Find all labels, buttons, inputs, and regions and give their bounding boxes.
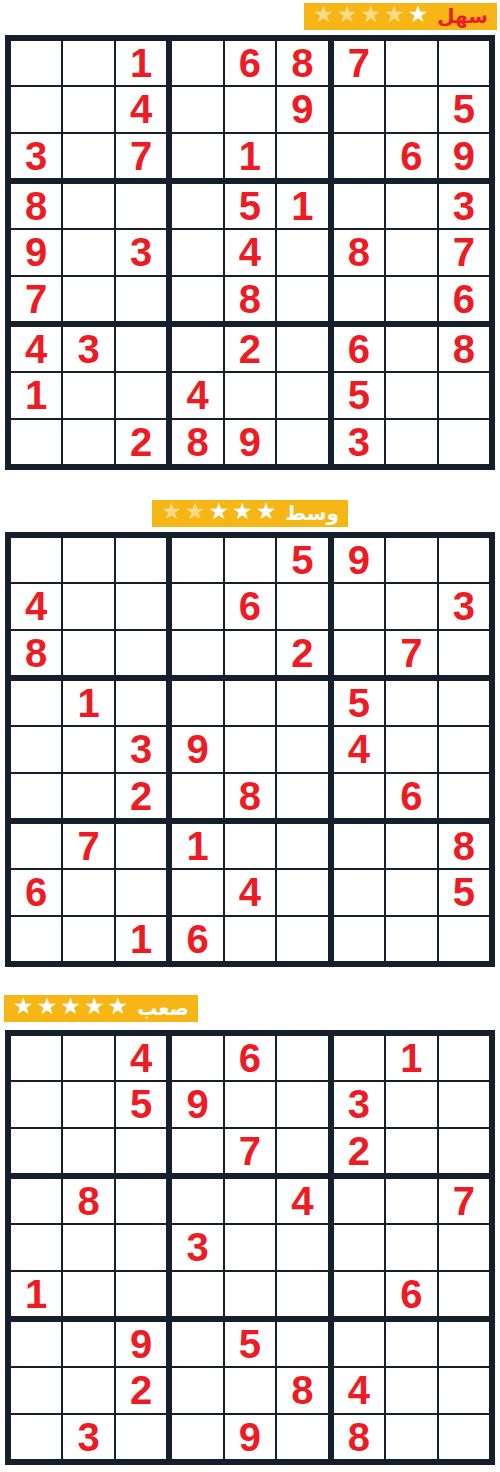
sudoku-box: 48 (8, 535, 169, 678)
cell-r1c4[interactable] (171, 40, 223, 86)
sudoku-box: 98 (169, 678, 330, 821)
cell-r8c2[interactable] (62, 372, 114, 418)
cell-r1c2[interactable] (62, 1035, 114, 1081)
cell-r9c6[interactable] (276, 419, 328, 465)
cell-r3c2[interactable] (62, 1128, 114, 1174)
cell-r9c3[interactable] (115, 1414, 167, 1460)
cell-r4c4[interactable] (171, 1178, 223, 1224)
cell-r3c8[interactable] (385, 1128, 437, 1174)
cell-r4c7[interactable] (333, 183, 385, 229)
cell-r8c3[interactable] (115, 869, 167, 915)
cell-r4c1[interactable]: 8 (10, 183, 62, 229)
cell-r6c3[interactable]: 2 (115, 773, 167, 819)
cell-r9c9[interactable] (438, 916, 490, 962)
cell-r4c1[interactable] (10, 1178, 62, 1224)
cell-r9c4[interactable]: 6 (171, 916, 223, 962)
cell-r4c8[interactable] (385, 183, 437, 229)
cell-r5c2[interactable] (62, 726, 114, 772)
cell-r6c7[interactable] (333, 276, 385, 322)
sudoku-box: 5148 (169, 181, 330, 324)
cell-r7c6[interactable] (276, 1321, 328, 1367)
cell-r8c9[interactable] (438, 372, 490, 418)
cell-r8c2[interactable] (62, 1367, 114, 1413)
cell-r3c5[interactable]: 1 (224, 133, 276, 179)
cell-r6c8[interactable]: 6 (385, 773, 437, 819)
cell-r5c4[interactable] (171, 229, 223, 275)
sudoku-box: 7569 (331, 38, 492, 181)
cell-r5c2[interactable] (62, 229, 114, 275)
cell-r6c1[interactable]: 1 (10, 1271, 62, 1317)
sudoku-box: 81 (8, 1176, 169, 1319)
cell-r2c4[interactable] (171, 583, 223, 629)
cell-r6c2[interactable] (62, 773, 114, 819)
sudoku-box: 2489 (169, 324, 330, 467)
cell-r4c8[interactable] (385, 680, 437, 726)
cell-r5c9[interactable]: 7 (438, 229, 490, 275)
cell-r1c3[interactable]: 4 (115, 1035, 167, 1081)
cell-r7c3[interactable] (115, 823, 167, 869)
cell-r1c5[interactable] (224, 537, 276, 583)
cell-r5c6[interactable] (276, 1224, 328, 1270)
cell-r3c4[interactable] (171, 1128, 223, 1174)
cell-r3c4[interactable] (171, 133, 223, 179)
cell-r7c4[interactable] (171, 1321, 223, 1367)
cell-r7c7[interactable] (333, 823, 385, 869)
sudoku-box: 43 (169, 1176, 330, 1319)
cell-r2c9[interactable]: 5 (438, 86, 490, 132)
cell-r2c2[interactable] (62, 1081, 114, 1127)
cell-r2c7[interactable]: 3 (333, 1081, 385, 1127)
cell-r7c7[interactable] (333, 1321, 385, 1367)
cell-r1c4[interactable] (171, 537, 223, 583)
cell-r3c5[interactable] (224, 630, 276, 676)
cell-r1c4[interactable] (171, 1035, 223, 1081)
cell-r9c5[interactable]: 9 (224, 1414, 276, 1460)
cell-r4c7[interactable] (333, 1178, 385, 1224)
cell-r2c9[interactable]: 3 (438, 583, 490, 629)
cell-r7c9[interactable] (438, 1321, 490, 1367)
difficulty-label-hard: صعب (137, 998, 189, 1018)
difficulty-badge-hard: ★★★★★ صعب (4, 995, 198, 1022)
cell-r4c9[interactable]: 3 (438, 183, 490, 229)
star-icon: ★ (161, 500, 182, 523)
star-icon: ★ (108, 995, 129, 1018)
cell-r9c4[interactable]: 8 (171, 419, 223, 465)
star-icon: ★ (84, 995, 105, 1018)
cell-r8c4[interactable] (171, 1367, 223, 1413)
cell-r3c1[interactable]: 3 (10, 133, 62, 179)
difficulty-badge-medium: ★★★★★ وسط (152, 500, 348, 527)
cell-r8c9[interactable]: 5 (438, 869, 490, 915)
cell-r5c2[interactable] (62, 1224, 114, 1270)
cell-r2c7[interactable] (333, 583, 385, 629)
cell-r9c3[interactable]: 2 (115, 419, 167, 465)
cell-r3c9[interactable] (438, 1128, 490, 1174)
cell-r1c9[interactable] (438, 537, 490, 583)
cell-r4c8[interactable] (385, 1178, 437, 1224)
sudoku-box: 923 (8, 1319, 169, 1462)
cell-r1c1[interactable] (10, 537, 62, 583)
cell-r8c3[interactable] (115, 372, 167, 418)
cell-r9c6[interactable] (276, 1414, 328, 1460)
cell-r1c5[interactable]: 6 (224, 1035, 276, 1081)
sudoku-box: 76 (331, 1176, 492, 1319)
cell-r6c1[interactable]: 7 (10, 276, 62, 322)
cell-r5c6[interactable] (276, 229, 328, 275)
star-icon: ★ (360, 3, 381, 26)
cell-r6c6[interactable] (276, 1271, 328, 1317)
cell-r9c7[interactable]: 8 (333, 1414, 385, 1460)
cell-r5c9[interactable] (438, 726, 490, 772)
cell-r9c7[interactable]: 3 (333, 419, 385, 465)
star-icon: ★ (13, 995, 34, 1018)
cell-r5c6[interactable] (276, 726, 328, 772)
cell-r4c9[interactable]: 7 (438, 1178, 490, 1224)
cell-r1c9[interactable] (438, 1035, 490, 1081)
cell-r9c1[interactable] (10, 1414, 62, 1460)
cell-r5c1[interactable] (10, 1224, 62, 1270)
cell-r6c6[interactable] (276, 773, 328, 819)
cell-r9c2[interactable] (62, 419, 114, 465)
cell-r8c4[interactable]: 4 (171, 372, 223, 418)
cell-r6c2[interactable] (62, 1271, 114, 1317)
sudoku-box: 132 (8, 678, 169, 821)
cell-r9c1[interactable] (10, 916, 62, 962)
cell-r2c5[interactable]: 6 (224, 583, 276, 629)
cell-r2c2[interactable] (62, 583, 114, 629)
cell-r5c4[interactable]: 3 (171, 1224, 223, 1270)
cell-r5c1[interactable]: 9 (10, 229, 62, 275)
cell-r3c3[interactable] (115, 1128, 167, 1174)
cell-r1c2[interactable] (62, 537, 114, 583)
star-icon: ★ (313, 3, 334, 26)
cell-r8c1[interactable] (10, 1367, 62, 1413)
sudoku-box: 6891 (169, 38, 330, 181)
cell-r4c6[interactable] (276, 680, 328, 726)
cell-r6c8[interactable] (385, 276, 437, 322)
cell-r9c5[interactable]: 9 (224, 419, 276, 465)
cell-r2c5[interactable] (224, 86, 276, 132)
cell-r1c8[interactable] (385, 40, 437, 86)
cell-r2c6[interactable] (276, 583, 328, 629)
cell-r6c5[interactable] (224, 1271, 276, 1317)
cell-r7c8[interactable] (385, 326, 437, 372)
sudoku-box: 8937 (8, 181, 169, 324)
sudoku-box: 6853 (331, 324, 492, 467)
cell-r6c9[interactable] (438, 773, 490, 819)
cell-r7c4[interactable] (171, 326, 223, 372)
cell-r8c6[interactable] (276, 869, 328, 915)
cell-r2c5[interactable] (224, 1081, 276, 1127)
sudoku-board-hard: 4569713281437692358948 (5, 1030, 495, 1465)
cell-r6c3[interactable] (115, 1271, 167, 1317)
cell-r3c3[interactable]: 7 (115, 133, 167, 179)
cell-r6c5[interactable]: 8 (224, 773, 276, 819)
cell-r4c5[interactable] (224, 680, 276, 726)
cell-r5c1[interactable] (10, 726, 62, 772)
cell-r1c2[interactable] (62, 40, 114, 86)
cell-r6c4[interactable] (171, 1271, 223, 1317)
cell-r3c7[interactable] (333, 630, 385, 676)
star-icon: ★ (232, 500, 253, 523)
hard-header-row: ★★★★★ صعب (0, 995, 500, 1022)
cell-r7c9[interactable]: 8 (438, 823, 490, 869)
cell-r9c1[interactable] (10, 419, 62, 465)
sudoku-box: 4312 (8, 324, 169, 467)
cell-r7c9[interactable]: 8 (438, 326, 490, 372)
cell-r2c6[interactable]: 9 (276, 86, 328, 132)
cell-r3c9[interactable] (438, 630, 490, 676)
cell-r5c7[interactable]: 8 (333, 229, 385, 275)
puzzle-hard: ★★★★★ صعب 4569713281437692358948 (0, 995, 500, 1465)
cell-r9c9[interactable] (438, 1414, 490, 1460)
cell-r3c3[interactable] (115, 630, 167, 676)
cell-r4c2[interactable] (62, 183, 114, 229)
cell-r2c8[interactable] (385, 583, 437, 629)
star-icon: ★ (384, 3, 405, 26)
cell-r4c6[interactable]: 1 (276, 183, 328, 229)
cell-r3c5[interactable]: 7 (224, 1128, 276, 1174)
cell-r3c8[interactable]: 7 (385, 630, 437, 676)
cell-r1c9[interactable] (438, 40, 490, 86)
cell-r2c3[interactable]: 5 (115, 1081, 167, 1127)
medium-header-row: ★★★★★ وسط (0, 500, 500, 527)
cell-r6c7[interactable] (333, 773, 385, 819)
cell-r6c4[interactable] (171, 773, 223, 819)
cell-r1c1[interactable] (10, 40, 62, 86)
sudoku-box: 589 (169, 1319, 330, 1462)
cell-r6c5[interactable]: 8 (224, 276, 276, 322)
cell-r8c8[interactable] (385, 372, 437, 418)
cell-r9c4[interactable] (171, 1414, 223, 1460)
cell-r1c6[interactable]: 8 (276, 40, 328, 86)
cell-r7c2[interactable]: 7 (62, 823, 114, 869)
cell-r4c3[interactable] (115, 183, 167, 229)
cell-r8c9[interactable] (438, 1367, 490, 1413)
cell-r7c3[interactable]: 9 (115, 1321, 167, 1367)
cell-r5c8[interactable] (385, 229, 437, 275)
sudoku-box: 85 (331, 821, 492, 964)
cell-r9c2[interactable] (62, 916, 114, 962)
cell-r4c5[interactable] (224, 1178, 276, 1224)
cell-r1c8[interactable] (385, 537, 437, 583)
star-icon: ★ (185, 500, 206, 523)
cell-r5c5[interactable] (224, 726, 276, 772)
cell-r7c2[interactable] (62, 1321, 114, 1367)
cell-r1c3[interactable]: 1 (115, 40, 167, 86)
cell-r2c8[interactable] (385, 1081, 437, 1127)
cell-r3c2[interactable] (62, 133, 114, 179)
star-rating-easy: ★★★★★ (313, 3, 428, 26)
cell-r5c3[interactable]: 3 (115, 229, 167, 275)
cell-r8c7[interactable]: 5 (333, 372, 385, 418)
cell-r4c7[interactable]: 5 (333, 680, 385, 726)
sudoku-box: 146 (169, 821, 330, 964)
cell-r3c9[interactable]: 9 (438, 133, 490, 179)
cell-r9c9[interactable] (438, 419, 490, 465)
star-rating-hard: ★★★★★ (13, 995, 128, 1018)
cell-r6c1[interactable] (10, 773, 62, 819)
cell-r2c9[interactable] (438, 1081, 490, 1127)
cell-r8c4[interactable] (171, 869, 223, 915)
cell-r1c8[interactable]: 1 (385, 1035, 437, 1081)
cell-r7c3[interactable] (115, 326, 167, 372)
cell-r9c8[interactable] (385, 1414, 437, 1460)
cell-r5c5[interactable]: 4 (224, 229, 276, 275)
cell-r8c8[interactable] (385, 1367, 437, 1413)
star-rating-medium: ★★★★★ (161, 500, 276, 523)
cell-r7c6[interactable] (276, 326, 328, 372)
cell-r3c1[interactable] (10, 1128, 62, 1174)
cell-r3c4[interactable] (171, 630, 223, 676)
cell-r8c7[interactable] (333, 869, 385, 915)
cell-r9c5[interactable] (224, 916, 276, 962)
cell-r9c7[interactable] (333, 916, 385, 962)
cell-r7c7[interactable]: 6 (333, 326, 385, 372)
cell-r9c8[interactable] (385, 419, 437, 465)
cell-r2c6[interactable] (276, 1081, 328, 1127)
cell-r2c4[interactable] (171, 86, 223, 132)
cell-r5c7[interactable] (333, 1224, 385, 1270)
cell-r6c2[interactable] (62, 276, 114, 322)
cell-r8c6[interactable]: 8 (276, 1367, 328, 1413)
cell-r1c3[interactable] (115, 537, 167, 583)
cell-r4c1[interactable] (10, 680, 62, 726)
cell-r8c2[interactable] (62, 869, 114, 915)
cell-r1c1[interactable] (10, 1035, 62, 1081)
sudoku-box: 546 (331, 678, 492, 821)
cell-r7c1[interactable] (10, 823, 62, 869)
cell-r2c3[interactable] (115, 583, 167, 629)
cell-r4c2[interactable]: 1 (62, 680, 114, 726)
cell-r3c2[interactable] (62, 630, 114, 676)
cell-r7c5[interactable] (224, 823, 276, 869)
sudoku-box: 48 (331, 1319, 492, 1462)
cell-r2c3[interactable]: 4 (115, 86, 167, 132)
sudoku-box: 761 (8, 821, 169, 964)
sudoku-box: 562 (169, 535, 330, 678)
cell-r5c8[interactable] (385, 726, 437, 772)
cell-r8c5[interactable] (224, 372, 276, 418)
cell-r4c2[interactable]: 8 (62, 1178, 114, 1224)
cell-r6c3[interactable] (115, 276, 167, 322)
cell-r8c8[interactable] (385, 869, 437, 915)
cell-r5c5[interactable] (224, 1224, 276, 1270)
cell-r1c7[interactable]: 7 (333, 40, 385, 86)
cell-r3c6[interactable]: 2 (276, 630, 328, 676)
cell-r1c6[interactable] (276, 1035, 328, 1081)
cell-r5c7[interactable]: 4 (333, 726, 385, 772)
cell-r2c8[interactable] (385, 86, 437, 132)
cell-r1c7[interactable] (333, 1035, 385, 1081)
cell-r2c1[interactable] (10, 1081, 62, 1127)
star-icon: ★ (208, 500, 229, 523)
cell-r4c3[interactable] (115, 680, 167, 726)
cell-r9c2[interactable]: 3 (62, 1414, 114, 1460)
difficulty-label-medium: وسط (285, 503, 339, 523)
cell-r6c6[interactable] (276, 276, 328, 322)
cell-r3c7[interactable] (333, 133, 385, 179)
cell-r8c5[interactable] (224, 1367, 276, 1413)
cell-r3c6[interactable] (276, 1128, 328, 1174)
cell-r3c7[interactable]: 2 (333, 1128, 385, 1174)
cell-r3c8[interactable]: 6 (385, 133, 437, 179)
cell-r7c2[interactable]: 3 (62, 326, 114, 372)
cell-r7c8[interactable] (385, 823, 437, 869)
cell-r1c5[interactable]: 6 (224, 40, 276, 86)
cell-r8c1[interactable]: 6 (10, 869, 62, 915)
cell-r8c7[interactable]: 4 (333, 1367, 385, 1413)
cell-r3c1[interactable]: 8 (10, 630, 62, 676)
cell-r4c6[interactable]: 4 (276, 1178, 328, 1224)
cell-r8c1[interactable]: 1 (10, 372, 62, 418)
cell-r4c4[interactable] (171, 680, 223, 726)
sudoku-board-medium: 485629371329854676114685 (5, 532, 495, 967)
puzzle-easy: ★★★★★ سهل 143768917569893751483876431224… (0, 0, 500, 470)
difficulty-badge-easy: ★★★★★ سهل (304, 3, 497, 30)
sudoku-box: 3876 (331, 181, 492, 324)
cell-r8c3[interactable]: 2 (115, 1367, 167, 1413)
cell-r2c4[interactable]: 9 (171, 1081, 223, 1127)
cell-r7c5[interactable]: 5 (224, 1321, 276, 1367)
cell-r6c4[interactable] (171, 276, 223, 322)
cell-r4c3[interactable] (115, 1178, 167, 1224)
cell-r6c9[interactable] (438, 1271, 490, 1317)
cell-r6c9[interactable]: 6 (438, 276, 490, 322)
cell-r9c8[interactable] (385, 916, 437, 962)
sudoku-board-easy: 143768917569893751483876431224896853 (5, 35, 495, 470)
cell-r2c2[interactable] (62, 86, 114, 132)
sudoku-box: 1437 (8, 38, 169, 181)
cell-r7c4[interactable]: 1 (171, 823, 223, 869)
cell-r4c4[interactable] (171, 183, 223, 229)
star-icon: ★ (337, 3, 358, 26)
cell-r6c7[interactable] (333, 1271, 385, 1317)
cell-r7c8[interactable] (385, 1321, 437, 1367)
cell-r3c6[interactable] (276, 133, 328, 179)
cell-r1c7[interactable]: 9 (333, 537, 385, 583)
cell-r2c1[interactable]: 4 (10, 583, 62, 629)
cell-r5c8[interactable] (385, 1224, 437, 1270)
sudoku-box: 937 (331, 535, 492, 678)
cell-r7c6[interactable] (276, 823, 328, 869)
star-icon: ★ (256, 500, 277, 523)
cell-r7c5[interactable]: 2 (224, 326, 276, 372)
cell-r7c1[interactable]: 4 (10, 326, 62, 372)
cell-r1c6[interactable]: 5 (276, 537, 328, 583)
cell-r2c7[interactable] (333, 86, 385, 132)
star-icon: ★ (37, 995, 58, 1018)
easy-header-row: ★★★★★ سهل (0, 3, 500, 30)
sudoku-page: ★★★★★ سهل 143768917569893751483876431224… (0, 0, 500, 1472)
star-icon: ★ (408, 3, 429, 26)
sudoku-box: 697 (169, 1033, 330, 1176)
cell-r5c9[interactable] (438, 1224, 490, 1270)
cell-r8c6[interactable] (276, 372, 328, 418)
cell-r5c3[interactable] (115, 1224, 167, 1270)
difficulty-label-easy: سهل (437, 6, 488, 26)
cell-r9c3[interactable]: 1 (115, 916, 167, 962)
cell-r5c3[interactable]: 3 (115, 726, 167, 772)
cell-r7c1[interactable] (10, 1321, 62, 1367)
cell-r9c6[interactable] (276, 916, 328, 962)
cell-r6c8[interactable]: 6 (385, 1271, 437, 1317)
cell-r2c1[interactable] (10, 86, 62, 132)
cell-r8c5[interactable]: 4 (224, 869, 276, 915)
cell-r4c9[interactable] (438, 680, 490, 726)
cell-r4c5[interactable]: 5 (224, 183, 276, 229)
cell-r5c4[interactable]: 9 (171, 726, 223, 772)
